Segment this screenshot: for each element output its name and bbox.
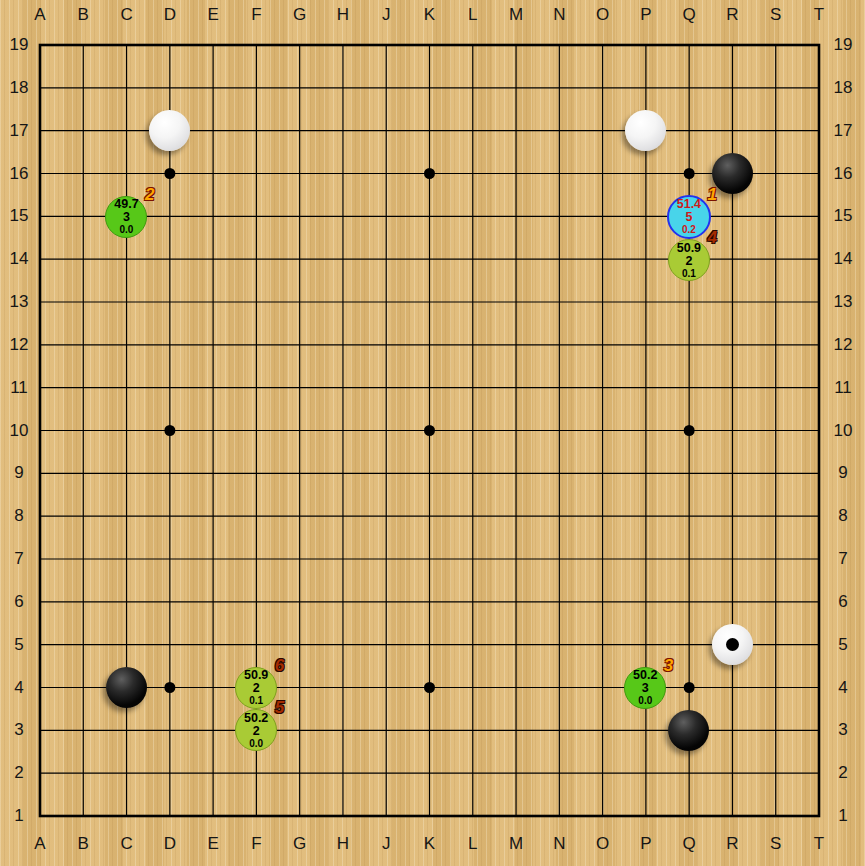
intersection-B5[interactable] (62, 624, 105, 667)
intersection-A15[interactable] (18, 195, 61, 239)
intersection-E2[interactable] (191, 752, 234, 795)
intersection-Q1[interactable] (667, 795, 711, 838)
intersection-S16[interactable] (754, 152, 797, 195)
intersection-R5[interactable] (711, 624, 754, 667)
intersection-J12[interactable] (364, 324, 407, 367)
intersection-M2[interactable] (494, 752, 537, 795)
intersection-A19[interactable] (18, 24, 61, 67)
intersection-L17[interactable] (451, 109, 494, 152)
intersection-K3[interactable] (407, 709, 450, 752)
intersection-F14[interactable] (235, 239, 278, 282)
intersection-K17[interactable] (407, 109, 450, 152)
intersection-D14[interactable] (148, 239, 191, 282)
intersection-H10[interactable] (321, 410, 364, 453)
intersection-D16[interactable] (148, 152, 191, 195)
intersection-G17[interactable] (278, 109, 321, 152)
intersection-E1[interactable] (191, 795, 234, 838)
intersection-C6[interactable] (105, 581, 148, 624)
intersection-G15[interactable] (278, 195, 321, 239)
intersection-E8[interactable] (191, 495, 234, 538)
intersection-D5[interactable] (148, 624, 191, 667)
intersection-A10[interactable] (18, 410, 61, 453)
intersection-T5[interactable] (797, 624, 840, 667)
intersection-J16[interactable] (364, 152, 407, 195)
intersection-P11[interactable] (624, 367, 667, 410)
intersection-G16[interactable] (278, 152, 321, 195)
intersection-S9[interactable] (754, 452, 797, 495)
intersection-P1[interactable] (624, 795, 667, 838)
intersection-N7[interactable] (537, 538, 580, 581)
intersection-B11[interactable] (62, 367, 105, 410)
intersection-M8[interactable] (494, 495, 537, 538)
intersection-C1[interactable] (105, 795, 148, 838)
intersection-B17[interactable] (62, 109, 105, 152)
intersection-K14[interactable] (407, 239, 450, 282)
intersection-C9[interactable] (105, 452, 148, 495)
intersection-O11[interactable] (580, 367, 623, 410)
intersection-D8[interactable] (148, 495, 191, 538)
intersection-Q13[interactable] (667, 281, 711, 324)
intersection-D13[interactable] (148, 281, 191, 324)
intersection-J10[interactable] (364, 410, 407, 453)
intersection-L6[interactable] (451, 581, 494, 624)
intersection-M3[interactable] (494, 709, 537, 752)
intersection-A18[interactable] (18, 66, 61, 109)
intersection-R13[interactable] (711, 281, 754, 324)
intersection-B18[interactable] (62, 66, 105, 109)
intersection-D15[interactable] (148, 195, 191, 239)
intersection-R8[interactable] (711, 495, 754, 538)
intersection-O13[interactable] (580, 281, 623, 324)
intersection-D4[interactable] (148, 666, 191, 709)
intersection-D3[interactable] (148, 709, 191, 752)
intersection-G6[interactable] (278, 581, 321, 624)
intersection-F2[interactable] (235, 752, 278, 795)
intersection-N4[interactable] (537, 666, 580, 709)
intersection-E9[interactable] (191, 452, 234, 495)
intersection-E7[interactable] (191, 538, 234, 581)
intersection-L14[interactable] (451, 239, 494, 282)
intersection-K4[interactable] (407, 666, 450, 709)
intersection-G18[interactable] (278, 66, 321, 109)
intersection-C2[interactable] (105, 752, 148, 795)
intersection-T2[interactable] (797, 752, 840, 795)
intersection-N5[interactable] (537, 624, 580, 667)
intersection-L8[interactable] (451, 495, 494, 538)
intersection-B9[interactable] (62, 452, 105, 495)
intersection-H19[interactable] (321, 24, 364, 67)
intersection-C17[interactable] (105, 109, 148, 152)
intersection-D7[interactable] (148, 538, 191, 581)
intersection-Q5[interactable] (667, 624, 711, 667)
intersection-H15[interactable] (321, 195, 364, 239)
intersection-K5[interactable] (407, 624, 450, 667)
intersection-R18[interactable] (711, 66, 754, 109)
intersection-O18[interactable] (580, 66, 623, 109)
intersection-R9[interactable] (711, 452, 754, 495)
intersection-T17[interactable] (797, 109, 840, 152)
intersection-J11[interactable] (364, 367, 407, 410)
intersection-Q10[interactable] (667, 410, 711, 453)
intersection-K13[interactable] (407, 281, 450, 324)
intersection-L11[interactable] (451, 367, 494, 410)
intersection-E15[interactable] (191, 195, 234, 239)
intersection-G19[interactable] (278, 24, 321, 67)
intersection-D17[interactable] (148, 109, 191, 152)
intersection-K8[interactable] (407, 495, 450, 538)
intersection-O9[interactable] (580, 452, 623, 495)
intersection-H2[interactable] (321, 752, 364, 795)
intersection-K1[interactable] (407, 795, 450, 838)
intersection-K16[interactable] (407, 152, 450, 195)
intersection-N9[interactable] (537, 452, 580, 495)
intersection-A13[interactable] (18, 281, 61, 324)
intersection-Q4[interactable] (667, 666, 711, 709)
intersection-N1[interactable] (537, 795, 580, 838)
intersection-C4[interactable] (105, 666, 148, 709)
intersection-E11[interactable] (191, 367, 234, 410)
intersection-F15[interactable] (235, 195, 278, 239)
intersection-Q19[interactable] (667, 24, 711, 67)
intersection-R15[interactable] (711, 195, 754, 239)
intersection-T8[interactable] (797, 495, 840, 538)
intersection-F6[interactable] (235, 581, 278, 624)
intersection-M19[interactable] (494, 24, 537, 67)
intersection-N11[interactable] (537, 367, 580, 410)
intersection-G5[interactable] (278, 624, 321, 667)
intersection-J7[interactable] (364, 538, 407, 581)
intersection-J5[interactable] (364, 624, 407, 667)
intersection-C7[interactable] (105, 538, 148, 581)
intersection-S12[interactable] (754, 324, 797, 367)
intersection-O5[interactable] (580, 624, 623, 667)
intersection-R11[interactable] (711, 367, 754, 410)
intersection-G10[interactable] (278, 410, 321, 453)
intersection-S15[interactable] (754, 195, 797, 239)
intersection-C3[interactable] (105, 709, 148, 752)
intersection-P7[interactable] (624, 538, 667, 581)
intersection-O14[interactable] (580, 239, 623, 282)
intersection-L13[interactable] (451, 281, 494, 324)
intersection-M18[interactable] (494, 66, 537, 109)
intersection-T1[interactable] (797, 795, 840, 838)
intersection-Q9[interactable] (667, 452, 711, 495)
intersection-O17[interactable] (580, 109, 623, 152)
intersection-C13[interactable] (105, 281, 148, 324)
intersection-P18[interactable] (624, 66, 667, 109)
intersection-R17[interactable] (711, 109, 754, 152)
intersection-H11[interactable] (321, 367, 364, 410)
intersection-B8[interactable] (62, 495, 105, 538)
intersection-E13[interactable] (191, 281, 234, 324)
intersection-E10[interactable] (191, 410, 234, 453)
intersection-S17[interactable] (754, 109, 797, 152)
intersection-F12[interactable] (235, 324, 278, 367)
intersection-E4[interactable] (191, 666, 234, 709)
intersection-R16[interactable] (711, 152, 754, 195)
intersection-D10[interactable] (148, 410, 191, 453)
intersection-N10[interactable] (537, 410, 580, 453)
intersection-A12[interactable] (18, 324, 61, 367)
intersection-A1[interactable] (18, 795, 61, 838)
intersection-B10[interactable] (62, 410, 105, 453)
intersection-D18[interactable] (148, 66, 191, 109)
intersection-F4[interactable]: 50.920.16 (235, 666, 278, 709)
intersection-H8[interactable] (321, 495, 364, 538)
intersection-C8[interactable] (105, 495, 148, 538)
intersection-T12[interactable] (797, 324, 840, 367)
intersection-L1[interactable] (451, 795, 494, 838)
intersection-S18[interactable] (754, 66, 797, 109)
intersection-A7[interactable] (18, 538, 61, 581)
candidate-move-Q14[interactable]: 50.920.14 (668, 239, 710, 281)
intersection-S5[interactable] (754, 624, 797, 667)
intersection-J6[interactable] (364, 581, 407, 624)
intersection-M17[interactable] (494, 109, 537, 152)
intersection-P5[interactable] (624, 624, 667, 667)
intersection-B19[interactable] (62, 24, 105, 67)
candidate-move-Q15[interactable]: 51.450.21 (667, 195, 711, 239)
intersection-C18[interactable] (105, 66, 148, 109)
intersection-L16[interactable] (451, 152, 494, 195)
intersection-E16[interactable] (191, 152, 234, 195)
intersection-E5[interactable] (191, 624, 234, 667)
intersection-Q12[interactable] (667, 324, 711, 367)
intersection-P10[interactable] (624, 410, 667, 453)
intersection-N19[interactable] (537, 24, 580, 67)
intersection-H16[interactable] (321, 152, 364, 195)
intersection-F19[interactable] (235, 24, 278, 67)
intersection-Q7[interactable] (667, 538, 711, 581)
intersection-T16[interactable] (797, 152, 840, 195)
intersection-C14[interactable] (105, 239, 148, 282)
intersection-S14[interactable] (754, 239, 797, 282)
intersection-B14[interactable] (62, 239, 105, 282)
intersection-F10[interactable] (235, 410, 278, 453)
intersection-N13[interactable] (537, 281, 580, 324)
intersection-O8[interactable] (580, 495, 623, 538)
intersection-H4[interactable] (321, 666, 364, 709)
intersection-M12[interactable] (494, 324, 537, 367)
intersection-B2[interactable] (62, 752, 105, 795)
intersection-Q15[interactable]: 51.450.21 (667, 195, 711, 239)
intersection-S4[interactable] (754, 666, 797, 709)
intersection-E14[interactable] (191, 239, 234, 282)
intersection-M9[interactable] (494, 452, 537, 495)
intersection-R10[interactable] (711, 410, 754, 453)
intersection-F17[interactable] (235, 109, 278, 152)
intersection-G11[interactable] (278, 367, 321, 410)
intersection-N18[interactable] (537, 66, 580, 109)
intersection-S8[interactable] (754, 495, 797, 538)
intersection-L15[interactable] (451, 195, 494, 239)
intersection-H13[interactable] (321, 281, 364, 324)
intersection-L7[interactable] (451, 538, 494, 581)
intersection-B16[interactable] (62, 152, 105, 195)
intersection-J3[interactable] (364, 709, 407, 752)
intersection-D2[interactable] (148, 752, 191, 795)
intersection-K11[interactable] (407, 367, 450, 410)
intersection-R6[interactable] (711, 581, 754, 624)
intersection-D9[interactable] (148, 452, 191, 495)
intersection-C16[interactable] (105, 152, 148, 195)
intersection-L4[interactable] (451, 666, 494, 709)
intersection-S19[interactable] (754, 24, 797, 67)
intersection-K7[interactable] (407, 538, 450, 581)
intersection-P6[interactable] (624, 581, 667, 624)
intersection-P15[interactable] (624, 195, 667, 239)
intersection-C12[interactable] (105, 324, 148, 367)
intersection-B6[interactable] (62, 581, 105, 624)
intersection-E3[interactable] (191, 709, 234, 752)
intersection-O10[interactable] (580, 410, 623, 453)
intersection-C15[interactable]: 49.730.02 (105, 195, 148, 239)
intersection-S13[interactable] (754, 281, 797, 324)
intersection-T9[interactable] (797, 452, 840, 495)
intersection-M7[interactable] (494, 538, 537, 581)
candidate-move-P4[interactable]: 50.230.03 (624, 667, 666, 709)
intersection-G4[interactable] (278, 666, 321, 709)
intersection-R12[interactable] (711, 324, 754, 367)
intersection-T3[interactable] (797, 709, 840, 752)
intersection-P16[interactable] (624, 152, 667, 195)
intersection-C11[interactable] (105, 367, 148, 410)
intersection-H14[interactable] (321, 239, 364, 282)
intersection-L2[interactable] (451, 752, 494, 795)
intersection-B3[interactable] (62, 709, 105, 752)
intersection-H5[interactable] (321, 624, 364, 667)
intersection-R19[interactable] (711, 24, 754, 67)
intersection-H17[interactable] (321, 109, 364, 152)
intersection-F18[interactable] (235, 66, 278, 109)
intersection-Q2[interactable] (667, 752, 711, 795)
intersection-K2[interactable] (407, 752, 450, 795)
intersection-F5[interactable] (235, 624, 278, 667)
intersection-S11[interactable] (754, 367, 797, 410)
intersection-K18[interactable] (407, 66, 450, 109)
intersection-J18[interactable] (364, 66, 407, 109)
intersection-B1[interactable] (62, 795, 105, 838)
intersection-M5[interactable] (494, 624, 537, 667)
intersection-O7[interactable] (580, 538, 623, 581)
intersection-L5[interactable] (451, 624, 494, 667)
intersection-S7[interactable] (754, 538, 797, 581)
intersection-R1[interactable] (711, 795, 754, 838)
intersection-P9[interactable] (624, 452, 667, 495)
intersection-M16[interactable] (494, 152, 537, 195)
intersection-A11[interactable] (18, 367, 61, 410)
intersection-M14[interactable] (494, 239, 537, 282)
intersection-F13[interactable] (235, 281, 278, 324)
intersection-A6[interactable] (18, 581, 61, 624)
intersection-K19[interactable] (407, 24, 450, 67)
intersection-P14[interactable] (624, 239, 667, 282)
intersection-T13[interactable] (797, 281, 840, 324)
intersection-G2[interactable] (278, 752, 321, 795)
intersection-N8[interactable] (537, 495, 580, 538)
intersection-O1[interactable] (580, 795, 623, 838)
intersection-T4[interactable] (797, 666, 840, 709)
intersection-D11[interactable] (148, 367, 191, 410)
intersection-G13[interactable] (278, 281, 321, 324)
intersection-C10[interactable] (105, 410, 148, 453)
intersection-B4[interactable] (62, 666, 105, 709)
intersection-E17[interactable] (191, 109, 234, 152)
intersection-R14[interactable] (711, 239, 754, 282)
intersection-A4[interactable] (18, 666, 61, 709)
intersection-A5[interactable] (18, 624, 61, 667)
intersection-O19[interactable] (580, 24, 623, 67)
intersection-H6[interactable] (321, 581, 364, 624)
intersection-L12[interactable] (451, 324, 494, 367)
intersection-G3[interactable] (278, 709, 321, 752)
intersection-M15[interactable] (494, 195, 537, 239)
intersection-F8[interactable] (235, 495, 278, 538)
intersection-F11[interactable] (235, 367, 278, 410)
intersection-G12[interactable] (278, 324, 321, 367)
intersection-H1[interactable] (321, 795, 364, 838)
intersection-K12[interactable] (407, 324, 450, 367)
intersection-H3[interactable] (321, 709, 364, 752)
intersection-N2[interactable] (537, 752, 580, 795)
intersection-P8[interactable] (624, 495, 667, 538)
intersection-E19[interactable] (191, 24, 234, 67)
intersection-Q8[interactable] (667, 495, 711, 538)
intersection-H12[interactable] (321, 324, 364, 367)
intersection-N14[interactable] (537, 239, 580, 282)
candidate-move-F4[interactable]: 50.920.16 (235, 667, 277, 709)
intersection-M11[interactable] (494, 367, 537, 410)
intersection-O16[interactable] (580, 152, 623, 195)
intersection-N6[interactable] (537, 581, 580, 624)
intersection-D19[interactable] (148, 24, 191, 67)
intersection-Q3[interactable] (667, 709, 711, 752)
intersection-L19[interactable] (451, 24, 494, 67)
intersection-T10[interactable] (797, 410, 840, 453)
intersection-B12[interactable] (62, 324, 105, 367)
intersection-L3[interactable] (451, 709, 494, 752)
intersection-J8[interactable] (364, 495, 407, 538)
intersection-C5[interactable] (105, 624, 148, 667)
intersection-O3[interactable] (580, 709, 623, 752)
intersection-D12[interactable] (148, 324, 191, 367)
intersection-Q11[interactable] (667, 367, 711, 410)
intersection-J17[interactable] (364, 109, 407, 152)
intersection-F9[interactable] (235, 452, 278, 495)
intersection-G9[interactable] (278, 452, 321, 495)
intersection-B13[interactable] (62, 281, 105, 324)
intersection-A14[interactable] (18, 239, 61, 282)
intersection-F7[interactable] (235, 538, 278, 581)
intersection-O2[interactable] (580, 752, 623, 795)
intersection-A2[interactable] (18, 752, 61, 795)
intersection-Q14[interactable]: 50.920.14 (667, 239, 711, 282)
intersection-H18[interactable] (321, 66, 364, 109)
intersection-P12[interactable] (624, 324, 667, 367)
intersection-R2[interactable] (711, 752, 754, 795)
intersection-A8[interactable] (18, 495, 61, 538)
intersection-O15[interactable] (580, 195, 623, 239)
intersection-S1[interactable] (754, 795, 797, 838)
intersection-L9[interactable] (451, 452, 494, 495)
intersection-M4[interactable] (494, 666, 537, 709)
intersection-P13[interactable] (624, 281, 667, 324)
intersection-J15[interactable] (364, 195, 407, 239)
intersection-O12[interactable] (580, 324, 623, 367)
intersection-G8[interactable] (278, 495, 321, 538)
intersection-F16[interactable] (235, 152, 278, 195)
intersection-L18[interactable] (451, 66, 494, 109)
